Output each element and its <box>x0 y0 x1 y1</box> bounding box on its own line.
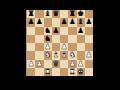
square-f2[interactable]: ♟ <box>68 60 76 68</box>
black-pawn: ♟ <box>61 18 68 26</box>
square-g6[interactable]: ♟ <box>77 27 85 35</box>
square-b3[interactable] <box>35 51 43 59</box>
white-pawn: ♟ <box>86 51 93 59</box>
square-h6[interactable] <box>85 27 93 35</box>
square-g8[interactable]: ♚ <box>77 10 85 18</box>
black-knight: ♞ <box>44 35 51 43</box>
square-d8[interactable]: ♛ <box>52 10 60 18</box>
square-e2[interactable] <box>60 60 68 68</box>
square-g3[interactable] <box>77 51 85 59</box>
square-c5[interactable]: ♞ <box>44 35 52 43</box>
square-a6[interactable] <box>27 27 35 35</box>
square-d2[interactable]: ♛ <box>52 60 60 68</box>
square-e5[interactable] <box>60 35 68 43</box>
black-pawn: ♟ <box>53 27 60 35</box>
white-pawn: ♟ <box>44 43 51 51</box>
white-knight: ♞ <box>69 51 76 59</box>
black-king: ♚ <box>77 10 84 18</box>
white-pawn: ♟ <box>28 60 35 68</box>
square-h5[interactable] <box>85 35 93 43</box>
square-d4[interactable] <box>52 43 60 51</box>
black-rook: ♜ <box>69 10 76 18</box>
square-g4[interactable] <box>77 43 85 51</box>
black-knight: ♞ <box>44 27 51 35</box>
square-f4[interactable] <box>68 43 76 51</box>
black-rook: ♜ <box>28 10 35 18</box>
square-d3[interactable]: ♝ <box>52 51 60 59</box>
square-a5[interactable] <box>27 35 35 43</box>
white-pawn: ♟ <box>77 60 84 68</box>
chess-board[interactable]: ♜♝♛♜♚♟♟♟♟♝♟♞♟♟♞♟♟♞♝♝♞♟♟♟♛♟♟♜♜♚ <box>27 10 93 76</box>
square-f7[interactable]: ♟ <box>68 18 76 26</box>
letterbox-background: ♜♝♛♜♚♟♟♟♟♝♟♞♟♟♞♟♟♞♝♝♞♟♟♟♛♟♟♜♜♚ <box>0 0 120 90</box>
white-pawn: ♟ <box>36 60 43 68</box>
square-b5[interactable] <box>35 35 43 43</box>
black-pawn: ♟ <box>77 27 84 35</box>
black-pawn: ♟ <box>69 18 76 26</box>
square-a4[interactable] <box>27 43 35 51</box>
square-c4[interactable]: ♟ <box>44 43 52 51</box>
square-g5[interactable] <box>77 35 85 43</box>
black-bishop: ♝ <box>44 10 51 18</box>
white-rook: ♜ <box>69 68 76 76</box>
square-h7[interactable]: ♟ <box>85 18 93 26</box>
square-e7[interactable]: ♟ <box>60 18 68 26</box>
black-bishop: ♝ <box>77 18 84 26</box>
black-pawn: ♟ <box>86 18 93 26</box>
square-e8[interactable] <box>60 10 68 18</box>
square-a1[interactable] <box>27 68 35 76</box>
square-a7[interactable]: ♟ <box>27 18 35 26</box>
square-b1[interactable] <box>35 68 43 76</box>
square-c3[interactable]: ♞ <box>44 51 52 59</box>
square-h1[interactable] <box>85 68 93 76</box>
square-b8[interactable] <box>35 10 43 18</box>
square-f8[interactable]: ♜ <box>68 10 76 18</box>
square-e6[interactable] <box>60 27 68 35</box>
square-d7[interactable] <box>52 18 60 26</box>
white-rook: ♜ <box>44 68 51 76</box>
square-b4[interactable] <box>35 43 43 51</box>
square-a2[interactable]: ♟ <box>27 60 35 68</box>
square-c6[interactable]: ♞ <box>44 27 52 35</box>
square-c7[interactable] <box>44 18 52 26</box>
square-h2[interactable] <box>85 60 93 68</box>
square-d5[interactable] <box>52 35 60 43</box>
square-c1[interactable]: ♜ <box>44 68 52 76</box>
white-knight: ♞ <box>44 51 51 59</box>
square-a8[interactable]: ♜ <box>27 10 35 18</box>
black-pawn: ♟ <box>28 18 35 26</box>
white-bishop: ♝ <box>53 51 60 59</box>
black-pawn: ♟ <box>36 18 43 26</box>
square-g7[interactable]: ♝ <box>77 18 85 26</box>
square-f1[interactable]: ♜ <box>68 68 76 76</box>
white-king: ♚ <box>77 68 84 76</box>
black-queen: ♛ <box>53 10 60 18</box>
square-e4[interactable]: ♟ <box>60 43 68 51</box>
square-f5[interactable] <box>68 35 76 43</box>
square-b7[interactable]: ♟ <box>35 18 43 26</box>
square-f6[interactable] <box>68 27 76 35</box>
square-c2[interactable] <box>44 60 52 68</box>
square-g1[interactable]: ♚ <box>77 68 85 76</box>
white-pawn: ♟ <box>61 43 68 51</box>
square-e1[interactable] <box>60 68 68 76</box>
square-e3[interactable]: ♝ <box>60 51 68 59</box>
square-a3[interactable] <box>27 51 35 59</box>
square-h4[interactable] <box>85 43 93 51</box>
white-queen: ♛ <box>53 60 60 68</box>
square-h3[interactable]: ♟ <box>85 51 93 59</box>
white-bishop: ♝ <box>61 51 68 59</box>
square-h8[interactable] <box>85 10 93 18</box>
square-c8[interactable]: ♝ <box>44 10 52 18</box>
square-g2[interactable]: ♟ <box>77 60 85 68</box>
square-d6[interactable]: ♟ <box>52 27 60 35</box>
square-b2[interactable]: ♟ <box>35 60 43 68</box>
square-f3[interactable]: ♞ <box>68 51 76 59</box>
square-b6[interactable] <box>35 27 43 35</box>
white-pawn: ♟ <box>69 60 76 68</box>
square-d1[interactable] <box>52 68 60 76</box>
